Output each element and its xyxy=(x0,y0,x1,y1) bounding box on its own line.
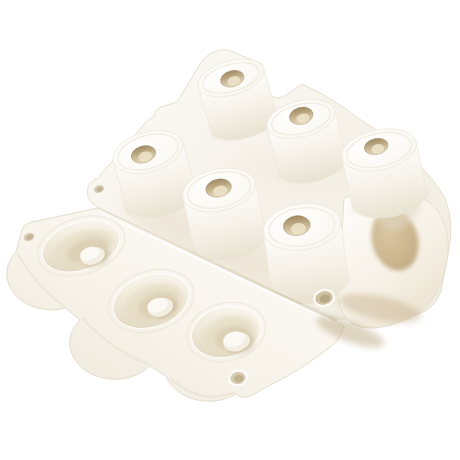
product-photo xyxy=(0,0,460,460)
mold-photo-svg xyxy=(0,0,460,460)
